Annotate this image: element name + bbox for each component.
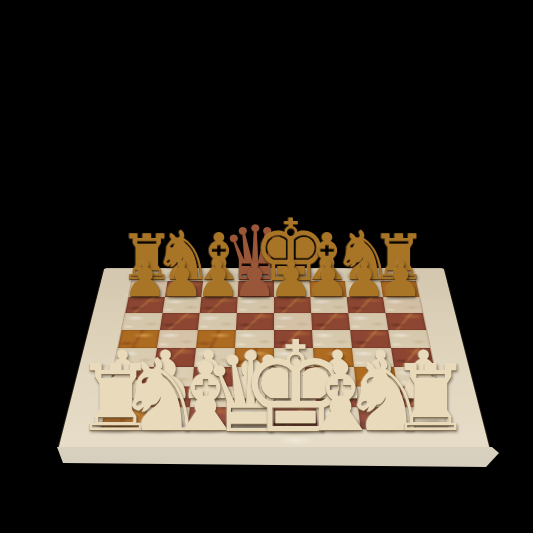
square-g6[interactable] xyxy=(348,313,388,330)
square-a6[interactable] xyxy=(122,313,163,330)
square-h6[interactable] xyxy=(386,313,427,330)
square-b6[interactable] xyxy=(160,313,200,330)
chess-set-photo: ♜♞♝♛♚♝♞♜♟♟♟♟♟♟♟♟♟♟♟♟♟♟♟♟♜♞♝♛♚♝♞♜ xyxy=(0,0,533,533)
piece-white-rook-h1[interactable]: ♜ xyxy=(389,353,471,445)
piece-brown-pawn-h7[interactable]: ♟ xyxy=(379,255,423,304)
square-c6[interactable] xyxy=(198,313,237,330)
